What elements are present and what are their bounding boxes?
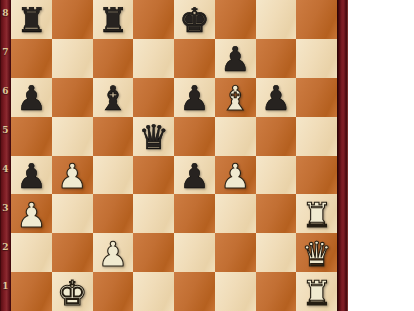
piece-white-pawn-b4: ♟: [57, 159, 87, 193]
square-g5: [256, 117, 297, 156]
piece-black-pawn-g6: ♟: [261, 81, 291, 115]
chess-diagram: 8 7 6 5 4 3 2 1 ♜♜♚♟♟♝♟♝♟♛♟♟♟♟♟♜♟♛♚♜: [0, 0, 414, 311]
square-a7: [11, 39, 52, 78]
piece-black-queen-d5: ♛: [138, 120, 168, 154]
rank-label-6: 6: [0, 78, 11, 117]
piece-white-rook-h3: ♜: [301, 198, 331, 232]
square-d5: ♛: [133, 117, 174, 156]
square-h5: [296, 117, 337, 156]
square-b4: ♟: [52, 156, 93, 195]
piece-white-pawn-a3: ♟: [16, 198, 46, 232]
square-d1: [133, 272, 174, 311]
square-c8: ♜: [93, 0, 134, 39]
square-c2: ♟: [93, 233, 134, 272]
rank-label-8: 8: [0, 0, 11, 39]
square-a8: ♜: [11, 0, 52, 39]
square-d3: [133, 194, 174, 233]
piece-white-king-b1: ♚: [57, 276, 87, 310]
square-e7: [174, 39, 215, 78]
piece-black-pawn-e4: ♟: [179, 159, 209, 193]
piece-white-rook-h1: ♜: [301, 276, 331, 310]
piece-black-rook-c8: ♜: [98, 3, 128, 37]
square-g3: [256, 194, 297, 233]
square-b5: [52, 117, 93, 156]
square-f3: [215, 194, 256, 233]
square-e4: ♟: [174, 156, 215, 195]
square-h7: [296, 39, 337, 78]
square-e8: ♚: [174, 0, 215, 39]
square-d8: [133, 0, 174, 39]
square-f7: ♟: [215, 39, 256, 78]
square-e5: [174, 117, 215, 156]
piece-black-rook-a8: ♜: [16, 3, 46, 37]
square-b3: [52, 194, 93, 233]
square-f6: ♝: [215, 78, 256, 117]
rank-label-7: 7: [0, 39, 11, 78]
square-d2: [133, 233, 174, 272]
square-f1: [215, 272, 256, 311]
square-e3: [174, 194, 215, 233]
square-a2: [11, 233, 52, 272]
square-c4: [93, 156, 134, 195]
square-b6: [52, 78, 93, 117]
square-h2: ♛: [296, 233, 337, 272]
square-c1: [93, 272, 134, 311]
square-b2: [52, 233, 93, 272]
square-h3: ♜: [296, 194, 337, 233]
square-c6: ♝: [93, 78, 134, 117]
square-h1: ♜: [296, 272, 337, 311]
piece-black-king-e8: ♚: [179, 3, 209, 37]
piece-black-pawn-a6: ♟: [16, 81, 46, 115]
square-a3: ♟: [11, 194, 52, 233]
square-a1: [11, 272, 52, 311]
square-b7: [52, 39, 93, 78]
piece-black-pawn-e6: ♟: [179, 81, 209, 115]
square-h6: [296, 78, 337, 117]
square-a6: ♟: [11, 78, 52, 117]
square-g1: [256, 272, 297, 311]
square-g7: [256, 39, 297, 78]
board-right-border: [337, 0, 348, 311]
square-f4: ♟: [215, 156, 256, 195]
chess-board: ♜♜♚♟♟♝♟♝♟♛♟♟♟♟♟♜♟♛♚♜: [11, 0, 337, 311]
square-d4: [133, 156, 174, 195]
square-e2: [174, 233, 215, 272]
piece-black-pawn-f7: ♟: [220, 42, 250, 76]
square-c3: [93, 194, 134, 233]
piece-white-pawn-f4: ♟: [220, 159, 250, 193]
piece-white-bishop-f6: ♝: [220, 81, 250, 115]
square-h4: [296, 156, 337, 195]
square-f5: [215, 117, 256, 156]
square-b8: [52, 0, 93, 39]
piece-white-pawn-c2: ♟: [98, 237, 128, 271]
piece-black-bishop-c6: ♝: [98, 81, 128, 115]
piece-black-pawn-a4: ♟: [16, 159, 46, 193]
piece-white-queen-h2: ♛: [301, 237, 331, 271]
square-a5: [11, 117, 52, 156]
square-f2: [215, 233, 256, 272]
square-b1: ♚: [52, 272, 93, 311]
square-d7: [133, 39, 174, 78]
rank-label-3: 3: [0, 194, 11, 233]
square-h8: [296, 0, 337, 39]
square-c7: [93, 39, 134, 78]
rank-label-2: 2: [0, 233, 11, 272]
square-e1: [174, 272, 215, 311]
square-e6: ♟: [174, 78, 215, 117]
square-g4: [256, 156, 297, 195]
square-d6: [133, 78, 174, 117]
square-a4: ♟: [11, 156, 52, 195]
square-g2: [256, 233, 297, 272]
square-g8: [256, 0, 297, 39]
rank-label-5: 5: [0, 117, 11, 156]
square-f8: [215, 0, 256, 39]
square-c5: [93, 117, 134, 156]
square-g6: ♟: [256, 78, 297, 117]
rank-label-1: 1: [0, 272, 11, 311]
rank-label-4: 4: [0, 156, 11, 195]
board-left-border: 8 7 6 5 4 3 2 1: [0, 0, 11, 311]
